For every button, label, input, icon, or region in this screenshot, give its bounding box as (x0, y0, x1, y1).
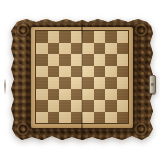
board-square (105, 112, 117, 124)
board-square (94, 77, 106, 89)
board-square (94, 31, 106, 43)
board-square (71, 77, 83, 89)
corner-rosette (133, 22, 149, 38)
board-square (71, 66, 83, 78)
board-square (48, 100, 60, 112)
board-square (82, 43, 94, 55)
board-square (94, 54, 106, 66)
corner-rosette (15, 121, 31, 137)
board-square (82, 77, 94, 89)
board-square (105, 31, 117, 43)
board-square (59, 112, 71, 124)
board-square (48, 89, 60, 101)
left-hinge-pin (4, 79, 6, 94)
board-square (36, 112, 48, 124)
board-square (36, 54, 48, 66)
board-square (71, 100, 83, 112)
board-square (36, 100, 48, 112)
board-square (71, 112, 83, 124)
board-square (117, 112, 129, 124)
corner-rosette (15, 22, 31, 38)
board-square (82, 66, 94, 78)
board-square (117, 54, 129, 66)
corner-rosette (133, 121, 149, 137)
board-square (105, 43, 117, 55)
board-square (117, 100, 129, 112)
board-square (94, 112, 106, 124)
board-square (105, 89, 117, 101)
board-square (117, 31, 129, 43)
board-square (59, 54, 71, 66)
board-square (71, 31, 83, 43)
board-square (36, 31, 48, 43)
board-square (71, 43, 83, 55)
board-square (105, 100, 117, 112)
inner-field (31, 27, 133, 128)
carved-border (10, 17, 154, 142)
board-square (82, 89, 94, 101)
board-square (94, 66, 106, 78)
board-square (105, 66, 117, 78)
board-square (59, 89, 71, 101)
board-square (82, 100, 94, 112)
board-square (94, 43, 106, 55)
board-square (59, 77, 71, 89)
board-square (94, 89, 106, 101)
board-square (59, 31, 71, 43)
board-square (105, 77, 117, 89)
board-square (48, 112, 60, 124)
board-square (59, 43, 71, 55)
board-square (48, 54, 60, 66)
board-square (82, 112, 94, 124)
board-square (48, 66, 60, 78)
board-case (10, 17, 154, 142)
board-square (59, 100, 71, 112)
board-square (117, 77, 129, 89)
board-square (117, 43, 129, 55)
board-square (82, 31, 94, 43)
board-square (71, 89, 83, 101)
board-square (48, 43, 60, 55)
board-square (71, 54, 83, 66)
page-background (0, 0, 160, 160)
board-square (36, 66, 48, 78)
board-square (117, 66, 129, 78)
board-square (36, 89, 48, 101)
board-square (59, 66, 71, 78)
board-square (117, 89, 129, 101)
board-square (36, 43, 48, 55)
chessboard-grid (35, 30, 129, 124)
board-square (94, 100, 106, 112)
metal-clasp-icon (149, 75, 156, 94)
board-square (82, 54, 94, 66)
board-square (48, 31, 60, 43)
board-square (36, 77, 48, 89)
board-square (105, 54, 117, 66)
board-square (48, 77, 60, 89)
